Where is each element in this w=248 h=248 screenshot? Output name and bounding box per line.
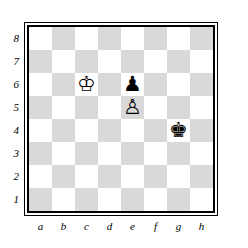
square-h7[interactable]: [190, 50, 213, 73]
square-a2[interactable]: [29, 165, 52, 188]
square-g6[interactable]: [167, 73, 190, 96]
square-c6[interactable]: ♔: [75, 73, 98, 96]
square-b7[interactable]: [52, 50, 75, 73]
square-d3[interactable]: [98, 142, 121, 165]
square-h5[interactable]: [190, 96, 213, 119]
square-d8[interactable]: [98, 27, 121, 50]
piece-black-king[interactable]: ♚: [169, 119, 188, 142]
square-e4[interactable]: [121, 119, 144, 142]
square-g7[interactable]: [167, 50, 190, 73]
rank-label-2: 2: [0, 165, 19, 188]
square-d4[interactable]: [98, 119, 121, 142]
board-inner-border: ♔♟♙♚: [27, 25, 215, 213]
file-labels: abcdefgh: [29, 219, 213, 233]
square-f2[interactable]: [144, 165, 167, 188]
square-e1[interactable]: [121, 188, 144, 211]
rank-label-7: 7: [0, 50, 19, 73]
file-label-b: b: [52, 219, 75, 233]
square-d2[interactable]: [98, 165, 121, 188]
square-c8[interactable]: [75, 27, 98, 50]
square-f7[interactable]: [144, 50, 167, 73]
rank-label-8: 8: [0, 27, 19, 50]
piece-black-pawn[interactable]: ♟: [123, 73, 142, 96]
chess-diagram: 87654321 ♔♟♙♚ abcdefgh: [0, 0, 248, 248]
square-h4[interactable]: [190, 119, 213, 142]
square-a1[interactable]: [29, 188, 52, 211]
square-f6[interactable]: [144, 73, 167, 96]
square-b8[interactable]: [52, 27, 75, 50]
square-e8[interactable]: [121, 27, 144, 50]
file-label-e: e: [121, 219, 144, 233]
square-e3[interactable]: [121, 142, 144, 165]
board-border: ♔♟♙♚: [24, 22, 218, 216]
square-c4[interactable]: [75, 119, 98, 142]
square-e7[interactable]: [121, 50, 144, 73]
piece-white-pawn[interactable]: ♙: [123, 96, 142, 119]
square-h3[interactable]: [190, 142, 213, 165]
square-a3[interactable]: [29, 142, 52, 165]
rank-label-3: 3: [0, 142, 19, 165]
piece-white-king[interactable]: ♔: [77, 73, 96, 96]
square-c3[interactable]: [75, 142, 98, 165]
square-g8[interactable]: [167, 27, 190, 50]
file-label-f: f: [144, 219, 167, 233]
square-h8[interactable]: [190, 27, 213, 50]
square-a8[interactable]: [29, 27, 52, 50]
file-label-c: c: [75, 219, 98, 233]
rank-labels: 87654321: [0, 27, 19, 211]
square-a4[interactable]: [29, 119, 52, 142]
square-f8[interactable]: [144, 27, 167, 50]
square-f1[interactable]: [144, 188, 167, 211]
square-d6[interactable]: [98, 73, 121, 96]
square-b5[interactable]: [52, 96, 75, 119]
square-b3[interactable]: [52, 142, 75, 165]
square-b2[interactable]: [52, 165, 75, 188]
square-c7[interactable]: [75, 50, 98, 73]
square-f5[interactable]: [144, 96, 167, 119]
square-e5[interactable]: ♙: [121, 96, 144, 119]
square-h6[interactable]: [190, 73, 213, 96]
square-d1[interactable]: [98, 188, 121, 211]
file-label-g: g: [167, 219, 190, 233]
rank-label-1: 1: [0, 188, 19, 211]
chess-board: ♔♟♙♚: [29, 27, 213, 211]
file-label-d: d: [98, 219, 121, 233]
square-c1[interactable]: [75, 188, 98, 211]
square-d5[interactable]: [98, 96, 121, 119]
square-f3[interactable]: [144, 142, 167, 165]
square-a5[interactable]: [29, 96, 52, 119]
square-b1[interactable]: [52, 188, 75, 211]
square-h1[interactable]: [190, 188, 213, 211]
square-g2[interactable]: [167, 165, 190, 188]
square-a6[interactable]: [29, 73, 52, 96]
file-label-h: h: [190, 219, 213, 233]
file-label-a: a: [29, 219, 52, 233]
square-b4[interactable]: [52, 119, 75, 142]
square-d7[interactable]: [98, 50, 121, 73]
rank-label-4: 4: [0, 119, 19, 142]
square-f4[interactable]: [144, 119, 167, 142]
rank-label-6: 6: [0, 73, 19, 96]
square-h2[interactable]: [190, 165, 213, 188]
square-g1[interactable]: [167, 188, 190, 211]
square-b6[interactable]: [52, 73, 75, 96]
square-g3[interactable]: [167, 142, 190, 165]
rank-label-5: 5: [0, 96, 19, 119]
square-a7[interactable]: [29, 50, 52, 73]
square-g4[interactable]: ♚: [167, 119, 190, 142]
square-e2[interactable]: [121, 165, 144, 188]
square-g5[interactable]: [167, 96, 190, 119]
square-c2[interactable]: [75, 165, 98, 188]
square-e6[interactable]: ♟: [121, 73, 144, 96]
square-c5[interactable]: [75, 96, 98, 119]
